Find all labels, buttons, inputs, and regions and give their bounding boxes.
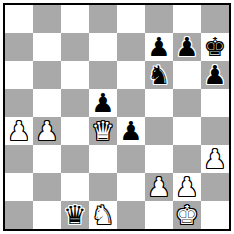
square-d1[interactable]: ♞ — [89, 201, 117, 229]
square-d6[interactable] — [89, 61, 117, 89]
square-b4[interactable]: ♟ — [33, 117, 61, 145]
square-g5[interactable] — [173, 89, 201, 117]
chess-board-frame: ♟♟♚♞♟♟♟♟♛♟♟♟♟♛♞♚ — [3, 3, 231, 231]
square-f7[interactable]: ♟ — [145, 33, 173, 61]
square-c5[interactable] — [61, 89, 89, 117]
white-pawn: ♟ — [35, 117, 58, 145]
white-pawn: ♟ — [175, 173, 198, 201]
square-f2[interactable]: ♟ — [145, 173, 173, 201]
square-g8[interactable] — [173, 5, 201, 33]
white-king: ♚ — [175, 201, 198, 229]
black-knight: ♞ — [147, 61, 170, 89]
square-b7[interactable] — [33, 33, 61, 61]
square-g6[interactable] — [173, 61, 201, 89]
black-queen: ♛ — [63, 201, 86, 229]
square-f4[interactable] — [145, 117, 173, 145]
square-a7[interactable] — [5, 33, 33, 61]
white-queen: ♛ — [91, 117, 114, 145]
square-e8[interactable] — [117, 5, 145, 33]
square-b1[interactable] — [33, 201, 61, 229]
square-g1[interactable]: ♚ — [173, 201, 201, 229]
square-e7[interactable] — [117, 33, 145, 61]
square-a6[interactable] — [5, 61, 33, 89]
square-h8[interactable] — [201, 5, 229, 33]
square-c4[interactable] — [61, 117, 89, 145]
square-g7[interactable]: ♟ — [173, 33, 201, 61]
square-a2[interactable] — [5, 173, 33, 201]
square-e5[interactable] — [117, 89, 145, 117]
square-h5[interactable] — [201, 89, 229, 117]
square-g4[interactable] — [173, 117, 201, 145]
white-pawn: ♟ — [7, 117, 30, 145]
square-c2[interactable] — [61, 173, 89, 201]
square-c8[interactable] — [61, 5, 89, 33]
square-e2[interactable] — [117, 173, 145, 201]
black-pawn: ♟ — [203, 61, 226, 89]
square-f6[interactable]: ♞ — [145, 61, 173, 89]
black-pawn: ♟ — [119, 117, 142, 145]
square-a4[interactable]: ♟ — [5, 117, 33, 145]
square-b2[interactable] — [33, 173, 61, 201]
square-d4[interactable]: ♛ — [89, 117, 117, 145]
square-h7[interactable]: ♚ — [201, 33, 229, 61]
square-f3[interactable] — [145, 145, 173, 173]
square-a5[interactable] — [5, 89, 33, 117]
square-b5[interactable] — [33, 89, 61, 117]
square-h2[interactable] — [201, 173, 229, 201]
square-a1[interactable] — [5, 201, 33, 229]
square-g2[interactable]: ♟ — [173, 173, 201, 201]
white-pawn: ♟ — [147, 173, 170, 201]
square-d7[interactable] — [89, 33, 117, 61]
square-e1[interactable] — [117, 201, 145, 229]
black-pawn: ♟ — [91, 89, 114, 117]
square-d8[interactable] — [89, 5, 117, 33]
square-d5[interactable]: ♟ — [89, 89, 117, 117]
square-a3[interactable] — [5, 145, 33, 173]
square-a8[interactable] — [5, 5, 33, 33]
square-c6[interactable] — [61, 61, 89, 89]
square-g3[interactable] — [173, 145, 201, 173]
square-h3[interactable]: ♟ — [201, 145, 229, 173]
square-e6[interactable] — [117, 61, 145, 89]
black-king: ♚ — [203, 33, 226, 61]
square-e4[interactable]: ♟ — [117, 117, 145, 145]
square-b3[interactable] — [33, 145, 61, 173]
square-d3[interactable] — [89, 145, 117, 173]
black-pawn: ♟ — [147, 33, 170, 61]
square-h6[interactable]: ♟ — [201, 61, 229, 89]
square-c1[interactable]: ♛ — [61, 201, 89, 229]
black-pawn: ♟ — [175, 33, 198, 61]
square-c3[interactable] — [61, 145, 89, 173]
square-f5[interactable] — [145, 89, 173, 117]
square-b6[interactable] — [33, 61, 61, 89]
square-f8[interactable] — [145, 5, 173, 33]
square-h4[interactable] — [201, 117, 229, 145]
square-f1[interactable] — [145, 201, 173, 229]
white-knight: ♞ — [91, 201, 114, 229]
square-e3[interactable] — [117, 145, 145, 173]
square-c7[interactable] — [61, 33, 89, 61]
square-b8[interactable] — [33, 5, 61, 33]
chess-board: ♟♟♚♞♟♟♟♟♛♟♟♟♟♛♞♚ — [5, 5, 229, 229]
square-d2[interactable] — [89, 173, 117, 201]
square-h1[interactable] — [201, 201, 229, 229]
white-pawn: ♟ — [203, 145, 226, 173]
